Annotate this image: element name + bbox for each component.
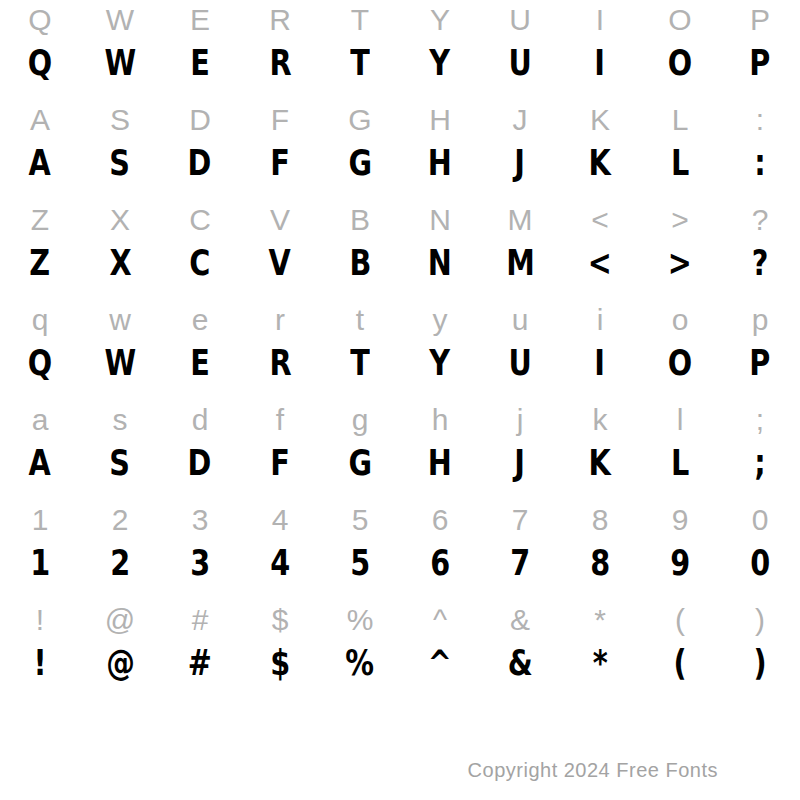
reference-char-cell: u — [480, 300, 560, 340]
specimen-char-cell: Y — [400, 340, 480, 386]
reference-glyph: 0 — [752, 503, 769, 537]
specimen-glyph: Q — [28, 343, 52, 383]
reference-char-cell: 4 — [240, 500, 320, 540]
reference-char-cell: A — [0, 100, 80, 140]
specimen-glyph: ) — [753, 643, 766, 683]
specimen-glyph: Y — [430, 343, 451, 383]
specimen-glyph: F — [270, 443, 290, 483]
reference-char-cell: M — [480, 200, 560, 240]
specimen-char-cell: * — [560, 640, 640, 686]
reference-char-cell: ! — [0, 600, 80, 640]
specimen-glyph: J — [515, 443, 526, 483]
specimen-glyph: D — [188, 443, 212, 483]
specimen-char-cell: E — [160, 340, 240, 386]
reference-glyph: & — [510, 603, 530, 637]
reference-glyph: X — [110, 203, 130, 237]
reference-glyph: u — [512, 303, 529, 337]
specimen-char-cell: T — [320, 340, 400, 386]
specimen-glyph: 9 — [670, 543, 690, 583]
reference-glyph: A — [30, 103, 50, 137]
specimen-glyph: ! — [33, 643, 46, 683]
reference-char-cell: O — [640, 0, 720, 40]
reference-char-cell: I — [560, 0, 640, 40]
reference-char-cell: ( — [640, 600, 720, 640]
reference-char-cell: ^ — [400, 600, 480, 640]
reference-glyph: ? — [752, 203, 769, 237]
specimen-glyph: O — [668, 43, 692, 83]
reference-glyph: # — [192, 603, 209, 637]
specimen-glyph: W — [104, 343, 136, 383]
specimen-glyph: 3 — [190, 543, 210, 583]
reference-char-cell: l — [640, 400, 720, 440]
specimen-char-cell: J — [480, 140, 560, 186]
reference-char-cell: a — [0, 400, 80, 440]
specimen-glyph: E — [190, 343, 210, 383]
specimen-char-cell: ? — [720, 240, 800, 286]
specimen-char-cell: M — [480, 240, 560, 286]
specimen-glyph: : — [754, 143, 765, 183]
specimen-row-uppercase-qwerty: QWERTYUIOP — [0, 40, 800, 86]
specimen-glyph: < — [588, 243, 612, 283]
specimen-char-cell: C — [160, 240, 240, 286]
specimen-char-cell: D — [160, 140, 240, 186]
reference-char-cell: C — [160, 200, 240, 240]
specimen-char-cell: U — [480, 40, 560, 86]
specimen-char-cell: P — [720, 40, 800, 86]
specimen-glyph: H — [428, 143, 452, 183]
specimen-char-cell: I — [560, 40, 640, 86]
reference-char-cell: p — [720, 300, 800, 340]
reference-glyph: 8 — [592, 503, 609, 537]
reference-glyph: * — [594, 603, 606, 637]
reference-glyph: 1 — [32, 503, 49, 537]
row-pair-lowercase-qwerty: qwertyuiopQWERTYUIOP — [0, 300, 800, 400]
specimen-char-cell: R — [240, 40, 320, 86]
specimen-glyph: I — [595, 343, 606, 383]
specimen-char-cell: ; — [720, 440, 800, 486]
specimen-char-cell: R — [240, 340, 320, 386]
reference-glyph: < — [591, 203, 609, 237]
specimen-glyph: ^ — [428, 643, 452, 683]
reference-glyph: O — [668, 3, 691, 37]
reference-glyph: ! — [36, 603, 44, 637]
specimen-glyph: L — [671, 443, 689, 483]
specimen-char-cell: D — [160, 440, 240, 486]
reference-glyph: H — [429, 103, 451, 137]
reference-char-cell: g — [320, 400, 400, 440]
reference-char-cell: W — [80, 0, 160, 40]
reference-glyph: % — [347, 603, 374, 637]
row-pair-digits: 12345678901234567890 — [0, 500, 800, 600]
specimen-glyph: T — [350, 43, 370, 83]
reference-glyph: ) — [755, 603, 765, 637]
reference-glyph: B — [350, 203, 370, 237]
specimen-char-cell: G — [320, 140, 400, 186]
reference-glyph: $ — [272, 603, 289, 637]
reference-char-cell: r — [240, 300, 320, 340]
row-pair-lowercase-asdf: asdfghjkl;ASDFGHJKL; — [0, 400, 800, 500]
specimen-row-lowercase-qwerty: QWERTYUIOP — [0, 340, 800, 386]
reference-char-cell: @ — [80, 600, 160, 640]
specimen-char-cell: A — [0, 440, 80, 486]
specimen-char-cell: $ — [240, 640, 320, 686]
specimen-glyph: B — [349, 243, 371, 283]
specimen-char-cell: U — [480, 340, 560, 386]
reference-char-cell: Z — [0, 200, 80, 240]
specimen-char-cell: O — [640, 340, 720, 386]
specimen-char-cell: W — [80, 340, 160, 386]
reference-glyph: M — [508, 203, 533, 237]
reference-char-cell: D — [160, 100, 240, 140]
specimen-glyph: A — [29, 143, 51, 183]
reference-char-cell: j — [480, 400, 560, 440]
reference-row-uppercase-asdf: ASDFGHJKL: — [0, 100, 800, 140]
reference-char-cell: y — [400, 300, 480, 340]
specimen-glyph: R — [269, 343, 291, 383]
reference-glyph: h — [432, 403, 449, 437]
reference-char-cell: J — [480, 100, 560, 140]
specimen-glyph: ; — [754, 443, 765, 483]
reference-glyph: ( — [675, 603, 685, 637]
reference-char-cell: # — [160, 600, 240, 640]
specimen-char-cell: K — [560, 140, 640, 186]
reference-glyph: e — [192, 303, 209, 337]
reference-char-cell: N — [400, 200, 480, 240]
specimen-glyph: U — [508, 43, 531, 83]
reference-glyph: 4 — [272, 503, 289, 537]
reference-char-cell: h — [400, 400, 480, 440]
reference-char-cell: d — [160, 400, 240, 440]
specimen-glyph: 6 — [430, 543, 450, 583]
specimen-glyph: K — [589, 143, 611, 183]
reference-glyph: l — [677, 403, 684, 437]
specimen-char-cell: Q — [0, 40, 80, 86]
reference-char-cell: 8 — [560, 500, 640, 540]
reference-char-cell: * — [560, 600, 640, 640]
reference-glyph: I — [596, 3, 604, 37]
reference-glyph: j — [517, 403, 524, 437]
specimen-char-cell: : — [720, 140, 800, 186]
specimen-glyph: S — [110, 143, 131, 183]
reference-glyph: V — [270, 203, 290, 237]
specimen-glyph: W — [104, 43, 136, 83]
reference-glyph: N — [429, 203, 451, 237]
specimen-glyph: J — [515, 143, 526, 183]
specimen-glyph: Q — [28, 43, 52, 83]
specimen-char-cell: Z — [0, 240, 80, 286]
reference-row-lowercase-asdf: asdfghjkl; — [0, 400, 800, 440]
specimen-glyph: S — [110, 443, 131, 483]
specimen-char-cell: Y — [400, 40, 480, 86]
reference-glyph: : — [756, 103, 764, 137]
reference-glyph: f — [276, 403, 284, 437]
reference-glyph: k — [593, 403, 608, 437]
specimen-char-cell: G — [320, 440, 400, 486]
reference-glyph: a — [32, 403, 49, 437]
specimen-char-cell: # — [160, 640, 240, 686]
reference-glyph: U — [509, 3, 531, 37]
reference-char-cell: o — [640, 300, 720, 340]
reference-char-cell: ; — [720, 400, 800, 440]
reference-char-cell: i — [560, 300, 640, 340]
reference-char-cell: 3 — [160, 500, 240, 540]
reference-glyph: @ — [105, 603, 135, 637]
specimen-glyph: E — [190, 43, 210, 83]
specimen-char-cell: < — [560, 240, 640, 286]
reference-glyph: y — [433, 303, 448, 337]
specimen-glyph: H — [428, 443, 452, 483]
reference-char-cell: w — [80, 300, 160, 340]
specimen-char-cell: 3 — [160, 540, 240, 586]
specimen-glyph: K — [589, 443, 611, 483]
specimen-char-cell: J — [480, 440, 560, 486]
reference-char-cell: H — [400, 100, 480, 140]
specimen-char-cell: X — [80, 240, 160, 286]
reference-row-uppercase-qwerty: QWERTYUIOP — [0, 0, 800, 40]
specimen-char-cell: S — [80, 440, 160, 486]
reference-glyph: T — [351, 3, 369, 37]
reference-row-uppercase-zxcv: ZXCVBNM<>? — [0, 200, 800, 240]
reference-glyph: o — [672, 303, 689, 337]
reference-glyph: g — [352, 403, 369, 437]
specimen-glyph: V — [269, 243, 291, 283]
specimen-char-cell: 4 — [240, 540, 320, 586]
specimen-glyph: M — [506, 243, 535, 283]
reference-char-cell: 7 — [480, 500, 560, 540]
specimen-char-cell: > — [640, 240, 720, 286]
reference-char-cell: > — [640, 200, 720, 240]
specimen-char-cell: O — [640, 40, 720, 86]
reference-char-cell: Y — [400, 0, 480, 40]
specimen-char-cell: 0 — [720, 540, 800, 586]
specimen-glyph: * — [592, 643, 607, 683]
reference-char-cell: V — [240, 200, 320, 240]
specimen-glyph: C — [189, 243, 210, 283]
specimen-char-cell: 8 — [560, 540, 640, 586]
reference-char-cell: X — [80, 200, 160, 240]
specimen-glyph: P — [749, 343, 770, 383]
specimen-char-cell: F — [240, 440, 320, 486]
specimen-glyph: > — [668, 243, 692, 283]
specimen-char-cell: L — [640, 140, 720, 186]
reference-row-symbols: !@#$%^&*() — [0, 600, 800, 640]
reference-char-cell: R — [240, 0, 320, 40]
specimen-glyph: $ — [270, 643, 290, 683]
reference-char-cell: < — [560, 200, 640, 240]
specimen-glyph: % — [346, 643, 375, 683]
specimen-glyph: G — [348, 443, 372, 483]
specimen-char-cell: ! — [0, 640, 80, 686]
specimen-row-uppercase-zxcv: ZXCVBNM<>? — [0, 240, 800, 286]
specimen-glyph: O — [668, 343, 692, 383]
specimen-row-lowercase-asdf: ASDFGHJKL; — [0, 440, 800, 486]
reference-glyph: S — [110, 103, 130, 137]
specimen-glyph: 5 — [350, 543, 370, 583]
row-pair-uppercase-qwerty: QWERTYUIOPQWERTYUIOP — [0, 0, 800, 100]
reference-glyph: i — [597, 303, 604, 337]
row-pair-symbols: !@#$%^&*()!@#$%^&*() — [0, 600, 800, 700]
specimen-glyph: X — [109, 243, 131, 283]
specimen-char-cell: I — [560, 340, 640, 386]
reference-char-cell: % — [320, 600, 400, 640]
reference-char-cell: s — [80, 400, 160, 440]
specimen-glyph: 8 — [590, 543, 610, 583]
specimen-char-cell: F — [240, 140, 320, 186]
reference-char-cell: P — [720, 0, 800, 40]
reference-row-lowercase-qwerty: qwertyuiop — [0, 300, 800, 340]
specimen-glyph: 0 — [750, 543, 770, 583]
reference-glyph: D — [189, 103, 211, 137]
reference-char-cell: T — [320, 0, 400, 40]
reference-glyph: 9 — [672, 503, 689, 537]
specimen-char-cell: K — [560, 440, 640, 486]
specimen-char-cell: 7 — [480, 540, 560, 586]
reference-glyph: W — [106, 3, 134, 37]
reference-glyph: t — [356, 303, 364, 337]
reference-glyph: K — [590, 103, 610, 137]
specimen-glyph: U — [508, 343, 531, 383]
reference-glyph: q — [32, 303, 49, 337]
reference-glyph: L — [672, 103, 689, 137]
specimen-char-cell: A — [0, 140, 80, 186]
specimen-char-cell: T — [320, 40, 400, 86]
reference-glyph: ; — [756, 403, 764, 437]
specimen-glyph: @ — [106, 643, 135, 683]
reference-glyph: 6 — [432, 503, 449, 537]
reference-glyph: w — [109, 303, 131, 337]
reference-row-digits: 1234567890 — [0, 500, 800, 540]
specimen-glyph: ? — [752, 243, 769, 283]
specimen-glyph: P — [749, 43, 770, 83]
reference-char-cell: S — [80, 100, 160, 140]
specimen-char-cell: H — [400, 440, 480, 486]
specimen-char-cell: ^ — [400, 640, 480, 686]
reference-char-cell: & — [480, 600, 560, 640]
specimen-char-cell: P — [720, 340, 800, 386]
reference-char-cell: e — [160, 300, 240, 340]
reference-char-cell: L — [640, 100, 720, 140]
specimen-char-cell: ) — [720, 640, 800, 686]
specimen-char-cell: ( — [640, 640, 720, 686]
reference-char-cell: F — [240, 100, 320, 140]
reference-char-cell: 6 — [400, 500, 480, 540]
specimen-glyph: 1 — [30, 543, 50, 583]
reference-glyph: E — [190, 3, 210, 37]
specimen-glyph: I — [595, 43, 606, 83]
reference-glyph: Y — [430, 3, 450, 37]
reference-char-cell: t — [320, 300, 400, 340]
reference-char-cell: B — [320, 200, 400, 240]
row-pair-uppercase-zxcv: ZXCVBNM<>?ZXCVBNM<>? — [0, 200, 800, 300]
specimen-char-cell: 9 — [640, 540, 720, 586]
specimen-char-cell: & — [480, 640, 560, 686]
reference-glyph: Q — [28, 3, 51, 37]
reference-glyph: d — [192, 403, 209, 437]
specimen-glyph: Y — [430, 43, 451, 83]
reference-char-cell: k — [560, 400, 640, 440]
reference-glyph: ^ — [433, 603, 447, 637]
reference-char-cell: ) — [720, 600, 800, 640]
reference-glyph: s — [113, 403, 128, 437]
specimen-char-cell: % — [320, 640, 400, 686]
reference-glyph: F — [271, 103, 289, 137]
specimen-char-cell: N — [400, 240, 480, 286]
specimen-glyph: 7 — [510, 543, 530, 583]
specimen-char-cell: Q — [0, 340, 80, 386]
specimen-char-cell: B — [320, 240, 400, 286]
specimen-glyph: N — [428, 243, 452, 283]
specimen-glyph: D — [188, 143, 212, 183]
specimen-glyph: 4 — [270, 543, 290, 583]
specimen-char-cell: 1 — [0, 540, 80, 586]
specimen-glyph: L — [671, 143, 689, 183]
reference-char-cell: 5 — [320, 500, 400, 540]
reference-glyph: J — [513, 103, 528, 137]
specimen-char-cell: S — [80, 140, 160, 186]
reference-char-cell: ? — [720, 200, 800, 240]
reference-glyph: 5 — [352, 503, 369, 537]
reference-glyph: r — [275, 303, 285, 337]
specimen-glyph: Z — [30, 243, 51, 283]
reference-char-cell: 0 — [720, 500, 800, 540]
reference-glyph: C — [189, 203, 211, 237]
reference-glyph: 3 — [192, 503, 209, 537]
reference-glyph: R — [269, 3, 291, 37]
specimen-char-cell: W — [80, 40, 160, 86]
specimen-glyph: # — [188, 643, 212, 683]
specimen-glyph: ( — [673, 643, 686, 683]
reference-glyph: > — [671, 203, 689, 237]
specimen-glyph: G — [348, 143, 372, 183]
reference-char-cell: f — [240, 400, 320, 440]
specimen-row-uppercase-asdf: ASDFGHJKL: — [0, 140, 800, 186]
reference-glyph: Z — [31, 203, 49, 237]
character-map: QWERTYUIOPQWERTYUIOPASDFGHJKL:ASDFGHJKL:… — [0, 0, 800, 700]
specimen-char-cell: E — [160, 40, 240, 86]
specimen-char-cell: 5 — [320, 540, 400, 586]
reference-char-cell: G — [320, 100, 400, 140]
specimen-glyph: F — [270, 143, 290, 183]
specimen-glyph: 2 — [110, 543, 130, 583]
reference-char-cell: Q — [0, 0, 80, 40]
reference-glyph: P — [750, 3, 770, 37]
reference-char-cell: 1 — [0, 500, 80, 540]
specimen-glyph: A — [29, 443, 51, 483]
specimen-row-symbols: !@#$%^&*() — [0, 640, 800, 686]
row-pair-uppercase-asdf: ASDFGHJKL:ASDFGHJKL: — [0, 100, 800, 200]
reference-glyph: 7 — [512, 503, 529, 537]
reference-char-cell: $ — [240, 600, 320, 640]
specimen-char-cell: 2 — [80, 540, 160, 586]
reference-char-cell: 2 — [80, 500, 160, 540]
specimen-char-cell: L — [640, 440, 720, 486]
specimen-char-cell: V — [240, 240, 320, 286]
specimen-row-digits: 1234567890 — [0, 540, 800, 586]
reference-char-cell: U — [480, 0, 560, 40]
reference-char-cell: q — [0, 300, 80, 340]
reference-char-cell: : — [720, 100, 800, 140]
reference-glyph: G — [348, 103, 371, 137]
specimen-char-cell: @ — [80, 640, 160, 686]
reference-char-cell: E — [160, 0, 240, 40]
specimen-char-cell: 6 — [400, 540, 480, 586]
reference-glyph: 2 — [112, 503, 129, 537]
reference-glyph: p — [752, 303, 769, 337]
specimen-char-cell: H — [400, 140, 480, 186]
specimen-glyph: R — [269, 43, 291, 83]
specimen-glyph: T — [350, 343, 370, 383]
specimen-glyph: & — [507, 643, 532, 683]
